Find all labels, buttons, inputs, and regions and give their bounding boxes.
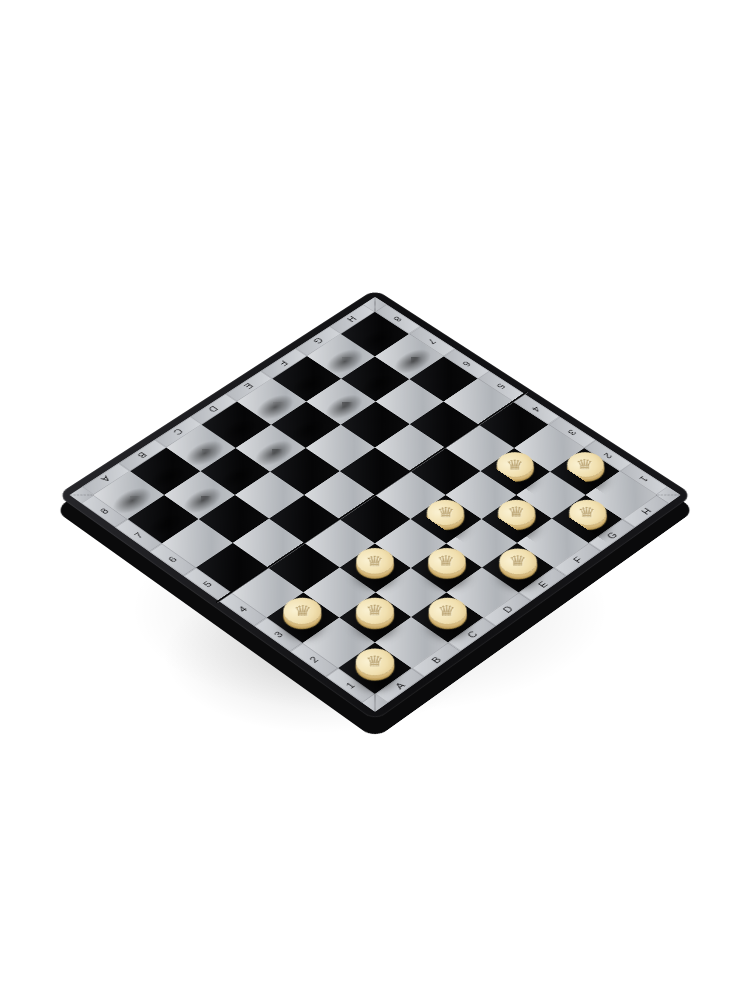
pawn-glyph: ♟ <box>119 472 209 525</box>
checker-g1: ♛ <box>561 495 613 531</box>
product-photo-stage: ABCDEFGH8♜♞♝♚♛♝♞♜87♟♟♟♟♟♟♟♟76655443♛♛♛♛3… <box>0 0 750 1000</box>
checker-crown-emboss: ♛ <box>506 458 524 471</box>
checker-crown-emboss: ♛ <box>576 458 594 471</box>
board-grid: ABCDEFGH8♜♞♝♚♛♝♞♜87♟♟♟♟♟♟♟♟76655443♛♛♛♛3… <box>70 297 681 712</box>
checker-crown-emboss: ♛ <box>509 554 528 568</box>
checker-crown-emboss: ♛ <box>366 604 384 618</box>
checker-e3: ♛ <box>420 495 472 531</box>
folding-chess-checkers-board: ABCDEFGH8♜♞♝♚♛♝♞♜87♟♟♟♟♟♟♟♟76655443♛♛♛♛3… <box>57 289 693 721</box>
checker-crown-emboss: ♛ <box>366 554 384 568</box>
checker-e1: ♛ <box>492 543 545 579</box>
checker-d2: ♛ <box>420 543 473 579</box>
checker-crown-emboss: ♛ <box>438 604 457 618</box>
checker-crown-emboss: ♛ <box>437 554 455 568</box>
checker-crown-emboss: ♛ <box>366 654 385 669</box>
checker-crown-emboss: ♛ <box>578 506 597 520</box>
perspective-scene: ABCDEFGH8♜♞♝♚♛♝♞♜87♟♟♟♟♟♟♟♟76655443♛♛♛♛3… <box>0 0 750 1000</box>
checker-a3: ♛ <box>276 592 330 629</box>
checker-f2: ♛ <box>490 495 542 531</box>
checker-crown-emboss: ♛ <box>437 506 455 520</box>
checker-crown-emboss: ♛ <box>293 604 312 618</box>
rank-label-1-right: 1 <box>620 463 668 495</box>
checker-crown-emboss: ♛ <box>507 506 525 520</box>
